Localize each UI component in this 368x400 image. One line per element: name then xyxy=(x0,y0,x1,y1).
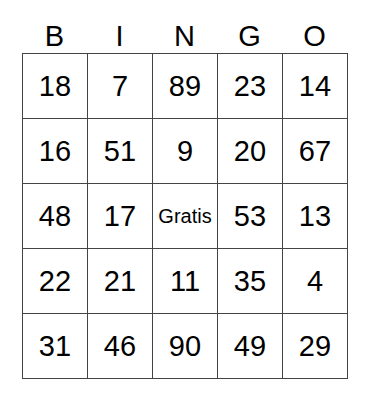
bingo-cell-r2c5[interactable]: 67 xyxy=(283,119,348,184)
bingo-cell-r3c1[interactable]: 48 xyxy=(23,184,88,249)
bingo-header-row: B I N G O xyxy=(22,0,347,53)
bingo-cell-r2c2[interactable]: 51 xyxy=(88,119,153,184)
bingo-cell-r2c4[interactable]: 20 xyxy=(218,119,283,184)
bingo-cell-r4c1[interactable]: 22 xyxy=(23,249,88,314)
bingo-cell-r1c4[interactable]: 23 xyxy=(218,54,283,119)
header-letter-g: G xyxy=(217,0,282,53)
bingo-cell-r2c3[interactable]: 9 xyxy=(153,119,218,184)
bingo-cell-r3c2[interactable]: 17 xyxy=(88,184,153,249)
bingo-cell-r5c4[interactable]: 49 xyxy=(218,314,283,379)
bingo-cell-r1c3[interactable]: 89 xyxy=(153,54,218,119)
bingo-cell-r1c1[interactable]: 18 xyxy=(23,54,88,119)
bingo-free-cell[interactable]: Gratis xyxy=(153,184,218,249)
bingo-cell-r5c1[interactable]: 31 xyxy=(23,314,88,379)
bingo-cell-r4c3[interactable]: 11 xyxy=(153,249,218,314)
bingo-cell-r5c5[interactable]: 29 xyxy=(283,314,348,379)
bingo-grid: 18 7 89 23 14 16 51 9 20 67 48 17 Gratis… xyxy=(22,53,348,379)
bingo-cell-r1c2[interactable]: 7 xyxy=(88,54,153,119)
bingo-cell-r1c5[interactable]: 14 xyxy=(283,54,348,119)
header-letter-o: O xyxy=(282,0,347,53)
bingo-cell-r3c4[interactable]: 53 xyxy=(218,184,283,249)
header-letter-i: I xyxy=(87,0,152,53)
bingo-cell-r5c2[interactable]: 46 xyxy=(88,314,153,379)
bingo-cell-r4c5[interactable]: 4 xyxy=(283,249,348,314)
bingo-cell-r3c5[interactable]: 13 xyxy=(283,184,348,249)
bingo-cell-r4c4[interactable]: 35 xyxy=(218,249,283,314)
bingo-card: B I N G O 18 7 89 23 14 16 51 9 20 67 48… xyxy=(0,0,368,400)
bingo-cell-r4c2[interactable]: 21 xyxy=(88,249,153,314)
bingo-cell-r2c1[interactable]: 16 xyxy=(23,119,88,184)
header-letter-b: B xyxy=(22,0,87,53)
bingo-cell-r5c3[interactable]: 90 xyxy=(153,314,218,379)
header-letter-n: N xyxy=(152,0,217,53)
